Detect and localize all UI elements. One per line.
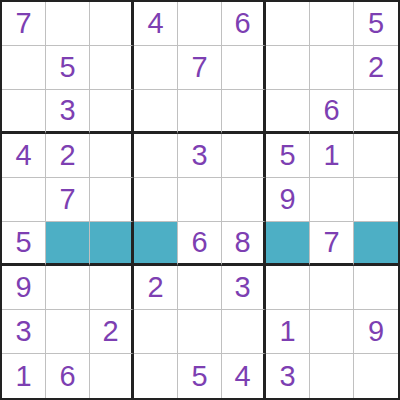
cell-r4c5[interactable]: 3 [178,134,222,178]
cell-r9c9[interactable] [354,354,398,398]
cell-r9c5[interactable]: 5 [178,354,222,398]
cell-r8c3[interactable]: 2 [90,310,134,354]
cell-r8c4[interactable] [134,310,178,354]
cell-r3c8[interactable]: 6 [310,90,354,134]
cell-r3c9[interactable] [354,90,398,134]
cell-r3c7[interactable] [266,90,310,134]
cell-r9c2[interactable]: 6 [46,354,90,398]
cell-r3c6[interactable] [222,90,266,134]
cell-r1c7[interactable] [266,2,310,46]
cell-r1c4[interactable]: 4 [134,2,178,46]
cell-r9c3[interactable] [90,354,134,398]
cell-r8c2[interactable] [46,310,90,354]
cell-r2c1[interactable] [2,46,46,90]
cell-r1c9[interactable]: 5 [354,2,398,46]
cell-r6c6[interactable]: 8 [222,222,266,266]
cell-r7c4[interactable]: 2 [134,266,178,310]
cell-r6c7[interactable] [266,222,310,266]
given-digit: 9 [368,315,384,348]
cell-r4c7[interactable]: 5 [266,134,310,178]
cell-r4c4[interactable] [134,134,178,178]
given-digit: 2 [147,271,163,304]
given-digit: 5 [191,360,207,393]
cell-r1c1[interactable]: 7 [2,2,46,46]
given-digit: 7 [59,183,75,216]
cell-r5c1[interactable] [2,178,46,222]
cell-r4c6[interactable] [222,134,266,178]
given-digit: 5 [59,51,75,84]
cell-r5c4[interactable] [134,178,178,222]
cell-r6c5[interactable]: 6 [178,222,222,266]
cell-r6c3[interactable] [90,222,134,266]
cell-r9c7[interactable]: 3 [266,354,310,398]
cell-r8c1[interactable]: 3 [2,310,46,354]
cell-r9c4[interactable] [134,354,178,398]
cell-r5c7[interactable]: 9 [266,178,310,222]
given-digit: 9 [279,183,295,216]
cell-r7c5[interactable] [178,266,222,310]
cell-r5c2[interactable]: 7 [46,178,90,222]
given-digit: 1 [279,315,295,348]
given-digit: 3 [279,360,295,393]
given-digit: 6 [59,360,75,393]
given-digit: 4 [147,7,163,40]
cell-r1c6[interactable]: 6 [222,2,266,46]
cell-r3c5[interactable] [178,90,222,134]
cell-r2c6[interactable] [222,46,266,90]
given-digit: 9 [15,271,31,304]
cell-r5c3[interactable] [90,178,134,222]
cell-r4c8[interactable]: 1 [310,134,354,178]
cell-r4c9[interactable] [354,134,398,178]
cell-r9c1[interactable]: 1 [2,354,46,398]
cell-r8c6[interactable] [222,310,266,354]
cell-r2c2[interactable]: 5 [46,46,90,90]
given-digit: 3 [234,271,250,304]
given-digit: 5 [279,139,295,172]
cell-r7c3[interactable] [90,266,134,310]
cell-r7c9[interactable] [354,266,398,310]
given-digit: 6 [191,226,207,259]
cell-r6c8[interactable]: 7 [310,222,354,266]
given-digit: 1 [15,360,31,393]
cell-r7c8[interactable] [310,266,354,310]
given-digit: 5 [15,226,31,259]
cell-r7c1[interactable]: 9 [2,266,46,310]
cell-r4c2[interactable]: 2 [46,134,90,178]
cell-r4c1[interactable]: 4 [2,134,46,178]
given-digit: 8 [234,226,250,259]
given-digit: 2 [368,51,384,84]
given-digit: 1 [323,139,339,172]
sudoku-board: 74655723642351795687923321916543 [0,0,400,400]
cell-r6c1[interactable]: 5 [2,222,46,266]
cell-r8c7[interactable]: 1 [266,310,310,354]
cell-r3c3[interactable] [90,90,134,134]
cell-r8c8[interactable] [310,310,354,354]
cell-r6c9[interactable] [354,222,398,266]
cell-r9c8[interactable] [310,354,354,398]
given-digit: 2 [102,315,118,348]
cell-r5c9[interactable] [354,178,398,222]
given-digit: 6 [234,7,250,40]
cell-r7c2[interactable] [46,266,90,310]
cell-r2c5[interactable]: 7 [178,46,222,90]
cell-r5c5[interactable] [178,178,222,222]
cell-r2c9[interactable]: 2 [354,46,398,90]
cell-r3c2[interactable]: 3 [46,90,90,134]
cell-r3c4[interactable] [134,90,178,134]
cell-r1c8[interactable] [310,2,354,46]
cell-r9c6[interactable]: 4 [222,354,266,398]
cell-r7c7[interactable] [266,266,310,310]
given-digit: 7 [191,51,207,84]
cell-r2c4[interactable] [134,46,178,90]
cell-r1c5[interactable] [178,2,222,46]
cell-r6c2[interactable] [46,222,90,266]
cell-r3c1[interactable] [2,90,46,134]
cell-r5c8[interactable] [310,178,354,222]
given-digit: 4 [15,139,31,172]
given-digit: 3 [191,139,207,172]
given-digit: 6 [323,94,339,127]
cell-r8c5[interactable] [178,310,222,354]
given-digit: 7 [15,7,31,40]
given-digit: 5 [368,7,384,40]
cell-r5c6[interactable] [222,178,266,222]
given-digit: 3 [59,94,75,127]
cell-r6c4[interactable] [134,222,178,266]
cell-r2c8[interactable] [310,46,354,90]
given-digit: 2 [59,139,75,172]
cell-r7c6[interactable]: 3 [222,266,266,310]
cell-r1c3[interactable] [90,2,134,46]
given-digit: 3 [15,315,31,348]
cell-r1c2[interactable] [46,2,90,46]
cell-r4c3[interactable] [90,134,134,178]
cell-r2c3[interactable] [90,46,134,90]
cell-r8c9[interactable]: 9 [354,310,398,354]
given-digit: 4 [234,360,250,393]
cell-r2c7[interactable] [266,46,310,90]
given-digit: 7 [323,226,339,259]
